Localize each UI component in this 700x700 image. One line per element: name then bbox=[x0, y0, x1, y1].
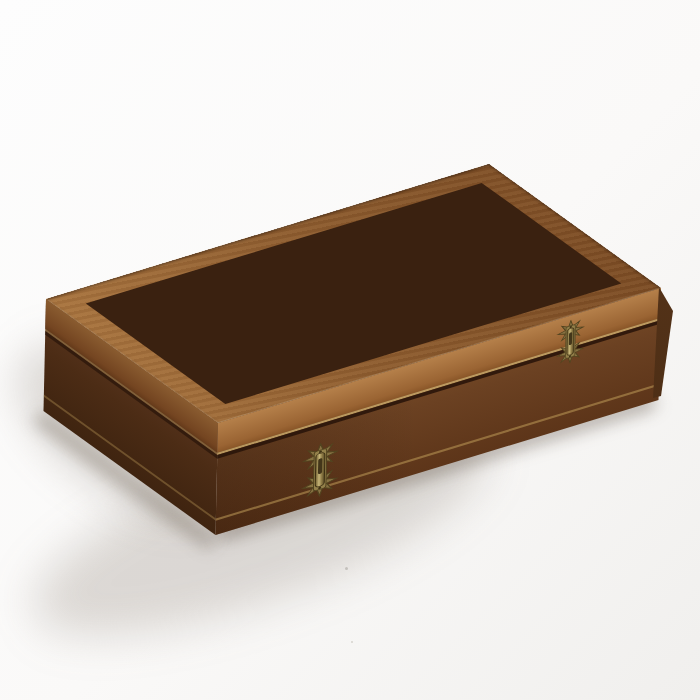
product-photo-chess-box bbox=[0, 0, 700, 700]
dust-speck bbox=[345, 567, 348, 570]
dust-speck bbox=[351, 641, 353, 643]
